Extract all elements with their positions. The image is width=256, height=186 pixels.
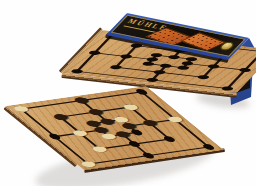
product-photo: MÜHLE ●●●●●●●●●●●●●●●●● <box>0 0 256 186</box>
